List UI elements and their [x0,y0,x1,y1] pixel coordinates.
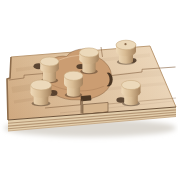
slider-channel-gap [81,100,84,114]
peg-back-right[interactable] [116,40,137,65]
right-notch [101,73,113,87]
peg-center[interactable] [64,71,83,98]
puzzle-board-photo [0,0,178,178]
peg-top-hole [124,43,126,45]
